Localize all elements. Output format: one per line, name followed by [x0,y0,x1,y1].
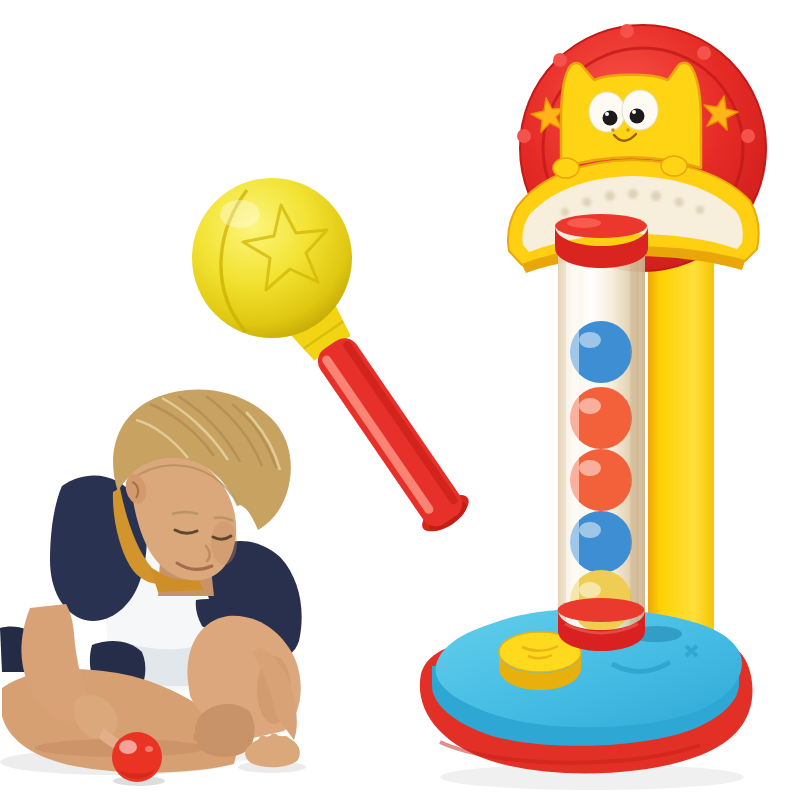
top-cap-sheen [567,218,601,228]
tube-ball-4 [570,511,632,573]
tube-edge-shade [630,252,639,630]
hammer-handle [312,332,468,532]
toe [195,724,203,732]
ghost-letter [561,208,569,216]
toe [197,743,204,750]
bottom-ring-top [558,598,645,622]
cat-paw-right [661,156,687,176]
cat-glint [632,110,636,114]
knuckle [259,736,268,745]
rivet [620,24,634,38]
rivet [697,46,711,60]
hammer-ball [192,178,352,338]
knuckle [270,734,279,743]
cat-face [561,63,701,168]
rivet [517,129,531,143]
tube-ball-1 [570,321,632,383]
floor-ball-highlight [119,740,137,754]
top-cap-top [555,214,647,238]
cat-paw-left [553,158,579,178]
hammer-ball-highlight [220,200,260,228]
floor-ball-glint [145,746,153,752]
product-photo [0,0,800,800]
rivet [553,53,567,67]
ghost-letter [651,191,661,201]
ball-highlight [579,522,601,538]
ball-highlight [579,460,601,476]
tube-balls [570,321,632,632]
toy-tower [420,24,766,773]
ball-highlight [579,582,601,598]
knuckle [281,736,289,744]
cat-pupil-left [603,111,618,126]
support-column [648,240,714,642]
cat-glint [605,112,609,116]
tube-ball-3 [570,449,632,511]
ghost-letter [696,206,704,214]
cat-nostril [611,128,615,132]
ghost-letter [628,189,638,199]
tube-sheen [566,252,579,630]
ball-highlight [579,332,601,348]
ghost-letter [583,198,592,207]
toe [193,733,201,741]
ghost-letter [675,198,684,207]
jaw-shade [211,521,237,565]
rivet [741,129,755,143]
scene-illustration [0,0,800,800]
ball-highlight [579,398,601,414]
hammer-head [192,178,352,338]
cat-pupil-right [630,109,645,124]
child-figure [0,389,302,772]
ball-tube [555,214,648,651]
cat-nostril [626,128,630,132]
tube-ball-2 [570,387,632,449]
ghost-letter [605,191,615,201]
